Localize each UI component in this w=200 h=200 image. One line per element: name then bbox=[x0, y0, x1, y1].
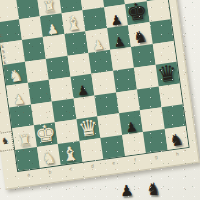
file-label-b: b bbox=[39, 167, 61, 178]
square-d6[interactable] bbox=[64, 31, 88, 55]
white-pawn-e6[interactable]: ♟ bbox=[91, 37, 104, 51]
square-d4[interactable]: ♟ bbox=[70, 74, 94, 98]
knight-logo-icon: ♞ bbox=[1, 136, 10, 146]
square-c3[interactable] bbox=[52, 98, 76, 122]
black-pawn-f2[interactable]: ♟ bbox=[125, 119, 138, 133]
white-pawn-a4[interactable]: ♟ bbox=[12, 92, 25, 106]
chessboard-photo: ♜♟♝♟♚♟♟♞♞♟♟♛♜♚♛♟♞♝♞ abcdefgh CHESSEX ♞ ♟… bbox=[0, 0, 200, 200]
black-pawn-d4[interactable]: ♟ bbox=[76, 83, 89, 97]
chess-board-grid[interactable]: ♜♟♝♟♚♟♟♞♞♟♟♛♜♚♛♟♞♝♞ bbox=[0, 0, 190, 172]
file-label-c: c bbox=[60, 164, 82, 175]
black-pawn-f6[interactable]: ♟ bbox=[113, 34, 126, 48]
captured-black-knight[interactable]: ♞ bbox=[145, 180, 161, 198]
file-label-g: g bbox=[145, 152, 167, 163]
square-f3[interactable] bbox=[116, 89, 140, 113]
square-c4[interactable] bbox=[49, 77, 73, 101]
square-h1[interactable]: ♞ bbox=[164, 126, 188, 150]
file-label-a: a bbox=[17, 170, 39, 181]
square-f1[interactable] bbox=[122, 132, 146, 156]
square-a3[interactable] bbox=[9, 104, 33, 128]
square-e7[interactable] bbox=[82, 7, 106, 31]
square-h3[interactable] bbox=[158, 83, 182, 107]
square-b5[interactable] bbox=[24, 58, 48, 82]
square-e2[interactable] bbox=[97, 113, 121, 137]
file-label-h: h bbox=[166, 149, 188, 160]
vinyl-chess-mat: ♜♟♝♟♚♟♟♞♞♟♟♛♜♚♛♟♞♝♞ abcdefgh bbox=[0, 0, 200, 190]
square-e5[interactable] bbox=[88, 49, 112, 73]
square-e1[interactable] bbox=[100, 135, 124, 159]
square-f5[interactable] bbox=[110, 46, 134, 70]
square-f7[interactable]: ♟ bbox=[104, 4, 128, 28]
square-f6[interactable]: ♟ bbox=[107, 25, 131, 49]
white-bishop-c1[interactable]: ♝ bbox=[60, 143, 80, 164]
square-g3[interactable] bbox=[137, 86, 161, 110]
square-d1[interactable] bbox=[79, 138, 103, 162]
square-b7[interactable] bbox=[18, 16, 42, 40]
square-g1[interactable] bbox=[143, 129, 167, 153]
captured-black-pawn[interactable]: ♟ bbox=[119, 183, 134, 199]
square-c1[interactable]: ♝ bbox=[58, 141, 82, 165]
square-d7[interactable]: ♝ bbox=[61, 10, 85, 34]
black-knight-g6[interactable]: ♞ bbox=[132, 28, 148, 46]
square-h2[interactable] bbox=[161, 104, 185, 128]
square-g2[interactable] bbox=[140, 107, 164, 131]
square-b2[interactable]: ♚ bbox=[33, 122, 57, 146]
square-b1[interactable]: ♞ bbox=[36, 144, 60, 168]
square-c2[interactable] bbox=[55, 119, 79, 143]
black-king-g7[interactable]: ♚ bbox=[125, 0, 149, 25]
square-d2[interactable]: ♛ bbox=[76, 116, 100, 140]
square-b4[interactable] bbox=[27, 80, 51, 104]
square-h4[interactable]: ♛ bbox=[155, 62, 179, 86]
white-king-b2[interactable]: ♚ bbox=[34, 121, 58, 147]
square-g6[interactable]: ♞ bbox=[128, 22, 152, 46]
square-a2[interactable]: ♜ bbox=[12, 125, 36, 149]
square-e6[interactable]: ♟ bbox=[85, 28, 109, 52]
black-pawn-f7[interactable]: ♟ bbox=[110, 13, 123, 27]
square-f4[interactable] bbox=[113, 68, 137, 92]
white-rook-a2[interactable]: ♜ bbox=[17, 132, 32, 149]
white-knight-b1[interactable]: ♞ bbox=[41, 150, 57, 168]
white-knight-a5[interactable]: ♞ bbox=[7, 67, 23, 85]
file-label-d: d bbox=[81, 161, 103, 172]
white-queen-d2[interactable]: ♛ bbox=[77, 116, 100, 141]
square-c6[interactable] bbox=[43, 34, 67, 58]
square-h6[interactable] bbox=[149, 19, 173, 43]
file-label-f: f bbox=[124, 155, 146, 166]
square-a4[interactable]: ♟ bbox=[6, 83, 30, 107]
white-rook-c8[interactable]: ♜ bbox=[42, 0, 57, 15]
file-label-e: e bbox=[103, 158, 125, 169]
square-f2[interactable]: ♟ bbox=[119, 110, 143, 134]
black-queen-h4[interactable]: ♛ bbox=[156, 61, 179, 86]
white-bishop-d7[interactable]: ♝ bbox=[64, 13, 84, 34]
mat-logo-emblem: ♞ bbox=[0, 131, 14, 152]
square-g7[interactable]: ♚ bbox=[125, 1, 149, 25]
square-b6[interactable] bbox=[21, 37, 45, 61]
black-knight-h1[interactable]: ♞ bbox=[168, 132, 184, 150]
square-d5[interactable] bbox=[67, 52, 91, 76]
square-e4[interactable] bbox=[91, 71, 115, 95]
square-e3[interactable] bbox=[94, 92, 118, 116]
square-c5[interactable] bbox=[46, 55, 70, 79]
white-pawn-c7[interactable]: ♟ bbox=[46, 22, 59, 36]
square-g4[interactable] bbox=[134, 65, 158, 89]
